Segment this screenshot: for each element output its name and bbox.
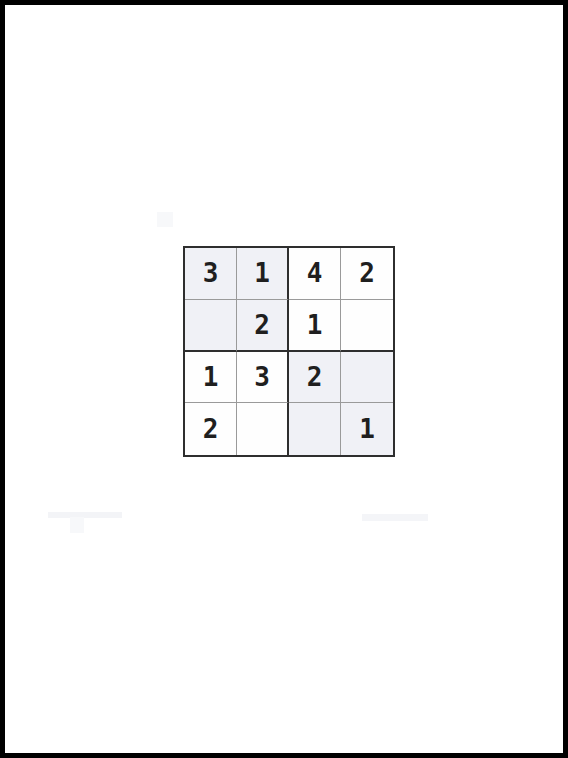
- cell-r2c1[interactable]: [185, 300, 237, 352]
- cell-r2c3[interactable]: 1: [289, 300, 341, 352]
- cell-r2c2[interactable]: 2: [237, 300, 289, 352]
- sudoku-board: 31422113221: [183, 246, 395, 457]
- cell-r1c1[interactable]: 3: [185, 248, 237, 300]
- scan-smudge: [362, 514, 428, 521]
- cell-r4c1[interactable]: 2: [185, 403, 237, 455]
- cell-r3c3[interactable]: 2: [289, 352, 341, 404]
- cell-r3c1[interactable]: 1: [185, 352, 237, 404]
- cell-r3c4[interactable]: [341, 352, 393, 404]
- worksheet-page: 31422113221: [0, 0, 568, 758]
- scan-smudge: [157, 212, 173, 227]
- cell-r4c4[interactable]: 1: [341, 403, 393, 455]
- cell-r1c2[interactable]: 1: [237, 248, 289, 300]
- scan-smudge: [70, 517, 84, 533]
- cell-r1c4[interactable]: 2: [341, 248, 393, 300]
- cell-r4c2[interactable]: [237, 403, 289, 455]
- cell-r2c4[interactable]: [341, 300, 393, 352]
- scan-smudge: [48, 512, 122, 518]
- cell-r1c3[interactable]: 4: [289, 248, 341, 300]
- cell-r4c3[interactable]: [289, 403, 341, 455]
- cell-r3c2[interactable]: 3: [237, 352, 289, 404]
